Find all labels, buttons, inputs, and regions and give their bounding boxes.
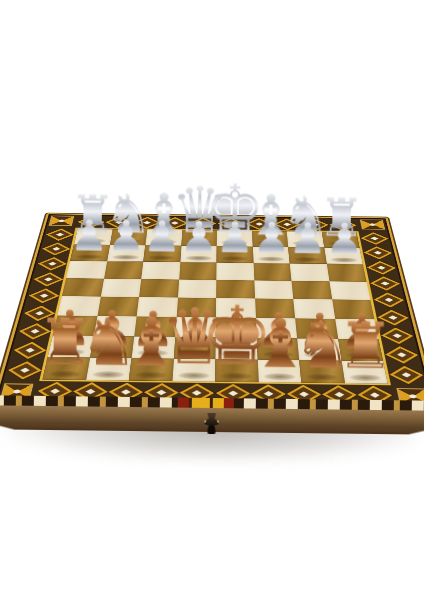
inlay-diamond-core [401, 373, 410, 378]
inlay-diamond-core [370, 392, 380, 397]
inlay-diamond-core [30, 329, 39, 334]
inlay-diamond-core [50, 388, 60, 393]
inlay-diamond-motif-icon [366, 261, 395, 275]
inlay-diamond-core [143, 221, 151, 224]
square-b5 [100, 278, 141, 297]
inlay-diamond-core [388, 315, 397, 319]
square-h1: ♜ [341, 360, 388, 383]
inlay-diamond-core [52, 247, 60, 251]
inlay-diamond-core [283, 223, 291, 226]
square-h7: ♟ [324, 247, 363, 264]
square-b6 [104, 261, 144, 279]
inlay-diamond-core [56, 233, 64, 236]
square-h5 [329, 281, 370, 300]
square-c7: ♟ [143, 245, 181, 262]
square-a7: ♟ [70, 244, 110, 261]
inlay-diamond-core [255, 222, 263, 225]
inlay-diamond-core [171, 221, 179, 224]
square-c6 [141, 262, 180, 280]
chess-board: ♜♞♝♛♚♝♞♜♟♟♟♟♟♟♟♟♟♟♟♟♟♟♟♟♜♞♝♛♚♝♞♜ [0, 213, 424, 408]
inlay-diamond-core [381, 282, 389, 286]
inlay-diamond-core [227, 222, 235, 225]
inlay-diamond-core [374, 251, 382, 255]
inlay-diamond-core [25, 348, 34, 353]
square-b7: ♟ [107, 245, 146, 262]
inlay-diamond-motif-icon [363, 246, 392, 259]
square-d7: ♟ [180, 246, 217, 263]
inlay-diamond-core [397, 352, 406, 357]
inlay-diamond-core [392, 333, 401, 338]
inlay-diamond-core [121, 389, 131, 394]
inlay-diamond-core [339, 223, 347, 226]
inlay-diamond-core [228, 390, 238, 395]
piece-bronze-rook: ♜ [337, 314, 395, 378]
square-g5 [291, 281, 331, 300]
square-e7: ♟ [217, 246, 254, 263]
inlay-diamond-core [311, 223, 319, 226]
inlay-diamond-motif-icon [389, 366, 423, 384]
square-f6 [253, 263, 291, 281]
inlay-diamond-core [384, 298, 393, 302]
inlay-diamond-core [157, 390, 167, 395]
square-g7: ♟ [288, 247, 326, 264]
inlay-diamond-core [263, 391, 273, 396]
inlay-diamond-motif-icon [33, 272, 63, 286]
inlay-diamond-core [48, 262, 56, 266]
square-d6 [179, 262, 217, 280]
camera-tilt-wrapper: ♜♞♝♛♚♝♞♜♟♟♟♟♟♟♟♟♟♟♟♟♟♟♟♟♜♞♝♛♚♝♞♜ [0, 0, 424, 600]
photo-stage: ♜♞♝♛♚♝♞♜♟♟♟♟♟♟♟♟♟♟♟♟♟♟♟♟♜♞♝♛♚♝♞♜ [0, 0, 424, 600]
inlay-diamond-core [192, 390, 202, 395]
inlay-diamond-core [20, 368, 29, 373]
inlay-diamond-core [199, 222, 207, 225]
inlay-diamond-core [370, 237, 378, 240]
square-a6 [66, 261, 107, 279]
inlay-diamond-core [87, 220, 95, 223]
inlay-diamond-core [115, 220, 123, 223]
square-g6 [290, 263, 329, 281]
inlay-diamond-core [377, 266, 385, 270]
inlay-diamond-core [35, 311, 44, 315]
inlay-diamond-motif-icon [370, 277, 400, 291]
inlay-diamond-core [44, 277, 52, 281]
square-a5 [62, 278, 104, 297]
inlay-diamond-core [39, 294, 48, 298]
inlay-diamond-core [299, 391, 309, 396]
square-f7: ♟ [252, 247, 289, 264]
inlay-diamond-core [335, 392, 345, 397]
inlay-diamond-motif-icon [42, 242, 71, 255]
board-grid: ♜♞♝♛♚♝♞♜♟♟♟♟♟♟♟♟♟♟♟♟♟♟♟♟♜♞♝♛♚♝♞♜ [39, 228, 391, 386]
inlay-diamond-motif-icon [37, 257, 66, 270]
inlay-diamond-core [85, 389, 95, 394]
